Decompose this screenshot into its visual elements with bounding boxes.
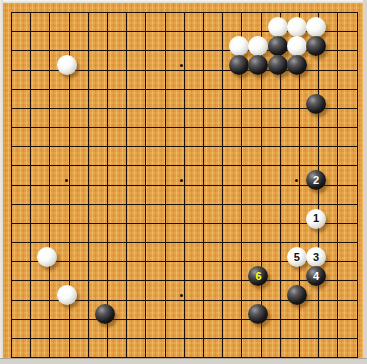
intersection[interactable] [270,194,289,213]
intersection[interactable] [174,232,193,251]
intersection[interactable] [251,98,270,117]
intersection[interactable] [212,290,231,309]
intersection[interactable] [59,251,78,270]
intersection[interactable] [232,2,251,21]
white-stone[interactable] [287,17,307,37]
intersection[interactable] [97,98,116,117]
intersection[interactable] [117,175,136,194]
intersection[interactable] [59,98,78,117]
intersection[interactable] [212,22,231,41]
intersection[interactable] [270,79,289,98]
intersection[interactable] [117,271,136,290]
intersection[interactable] [97,232,116,251]
intersection[interactable] [2,79,21,98]
intersection[interactable] [136,290,155,309]
intersection[interactable] [155,2,174,21]
intersection[interactable] [347,136,363,155]
intersection[interactable] [270,213,289,232]
intersection[interactable] [2,175,21,194]
intersection[interactable] [40,175,59,194]
intersection[interactable] [136,213,155,232]
intersection[interactable] [193,271,212,290]
intersection[interactable] [193,41,212,60]
intersection[interactable] [347,309,363,328]
intersection[interactable] [78,290,97,309]
intersection[interactable] [193,213,212,232]
intersection[interactable] [117,136,136,155]
intersection[interactable] [289,117,308,136]
intersection[interactable] [97,251,116,270]
intersection[interactable] [308,136,327,155]
intersection[interactable] [193,328,212,347]
intersection[interactable] [40,79,59,98]
intersection[interactable] [136,156,155,175]
intersection[interactable] [212,309,231,328]
intersection[interactable] [212,213,231,232]
black-stone[interactable] [268,55,288,75]
intersection[interactable] [193,136,212,155]
intersection[interactable] [347,175,363,194]
white-stone[interactable] [37,247,57,267]
intersection[interactable] [193,60,212,79]
intersection[interactable] [78,79,97,98]
white-stone[interactable]: 1 [306,209,326,229]
intersection[interactable] [328,290,347,309]
intersection[interactable] [136,309,155,328]
intersection[interactable] [117,22,136,41]
intersection[interactable] [136,117,155,136]
intersection[interactable] [59,290,78,309]
intersection[interactable] [232,290,251,309]
intersection[interactable] [174,271,193,290]
intersection[interactable] [2,232,21,251]
intersection[interactable] [155,41,174,60]
intersection[interactable] [251,309,270,328]
intersection[interactable] [59,156,78,175]
intersection[interactable] [328,309,347,328]
intersection[interactable] [117,156,136,175]
intersection[interactable] [59,2,78,21]
intersection[interactable] [193,309,212,328]
intersection[interactable] [97,213,116,232]
white-stone[interactable] [287,36,307,56]
intersection[interactable] [328,251,347,270]
intersection[interactable] [347,271,363,290]
intersection[interactable] [40,251,59,270]
board-intersections[interactable]: 215364 [2,2,363,359]
intersection[interactable] [155,194,174,213]
intersection[interactable] [155,309,174,328]
intersection[interactable] [97,2,116,21]
intersection[interactable] [155,271,174,290]
intersection[interactable] [174,117,193,136]
intersection[interactable]: 6 [251,271,270,290]
intersection[interactable] [212,79,231,98]
intersection[interactable] [21,60,40,79]
intersection[interactable] [251,117,270,136]
intersection[interactable] [59,232,78,251]
intersection[interactable] [193,79,212,98]
intersection[interactable] [155,213,174,232]
intersection[interactable] [232,194,251,213]
intersection[interactable] [174,175,193,194]
intersection[interactable] [347,60,363,79]
intersection[interactable] [251,328,270,347]
intersection[interactable] [97,194,116,213]
intersection[interactable] [193,22,212,41]
intersection[interactable] [117,60,136,79]
black-stone[interactable] [248,304,268,324]
intersection[interactable] [212,251,231,270]
intersection[interactable] [136,79,155,98]
intersection[interactable] [270,117,289,136]
intersection[interactable] [193,232,212,251]
intersection[interactable] [97,41,116,60]
intersection[interactable] [40,271,59,290]
intersection[interactable] [270,156,289,175]
intersection[interactable] [21,175,40,194]
intersection[interactable] [21,290,40,309]
intersection[interactable] [308,117,327,136]
intersection[interactable] [232,213,251,232]
intersection[interactable] [174,98,193,117]
intersection[interactable] [136,251,155,270]
intersection[interactable] [97,22,116,41]
intersection[interactable] [21,22,40,41]
intersection[interactable] [270,98,289,117]
intersection[interactable] [117,213,136,232]
intersection[interactable] [212,156,231,175]
intersection[interactable] [347,98,363,117]
intersection[interactable] [78,156,97,175]
intersection[interactable] [155,60,174,79]
intersection[interactable] [97,60,116,79]
intersection[interactable]: 2 [308,175,327,194]
intersection[interactable] [232,117,251,136]
black-stone[interactable] [248,55,268,75]
intersection[interactable] [136,328,155,347]
intersection[interactable] [59,309,78,328]
intersection[interactable] [117,194,136,213]
intersection[interactable] [21,194,40,213]
intersection[interactable] [40,213,59,232]
intersection[interactable] [59,328,78,347]
intersection[interactable] [21,117,40,136]
intersection[interactable] [2,213,21,232]
intersection[interactable] [212,271,231,290]
intersection[interactable] [347,156,363,175]
intersection[interactable] [59,79,78,98]
intersection[interactable] [2,136,21,155]
intersection[interactable] [21,213,40,232]
intersection[interactable] [78,2,97,21]
intersection[interactable] [174,22,193,41]
intersection[interactable] [232,156,251,175]
intersection[interactable] [78,136,97,155]
intersection[interactable] [270,175,289,194]
intersection[interactable] [347,328,363,347]
intersection[interactable] [193,290,212,309]
intersection[interactable] [2,117,21,136]
intersection[interactable] [155,98,174,117]
intersection[interactable] [328,271,347,290]
intersection[interactable] [2,22,21,41]
intersection[interactable] [2,328,21,347]
intersection[interactable] [136,98,155,117]
intersection[interactable] [136,2,155,21]
intersection[interactable] [78,213,97,232]
white-stone[interactable]: 5 [287,247,307,267]
intersection[interactable] [59,60,78,79]
intersection[interactable] [40,98,59,117]
intersection[interactable] [59,175,78,194]
intersection[interactable] [193,175,212,194]
intersection[interactable] [308,60,327,79]
intersection[interactable] [347,290,363,309]
intersection[interactable] [347,2,363,21]
intersection[interactable] [136,194,155,213]
intersection[interactable] [2,41,21,60]
intersection[interactable]: 4 [308,271,327,290]
black-stone[interactable] [229,55,249,75]
intersection[interactable] [21,309,40,328]
intersection[interactable] [78,194,97,213]
intersection[interactable] [270,271,289,290]
intersection[interactable] [155,79,174,98]
intersection[interactable] [136,232,155,251]
intersection[interactable] [347,232,363,251]
intersection[interactable] [212,194,231,213]
intersection[interactable] [21,79,40,98]
intersection[interactable] [289,136,308,155]
intersection[interactable] [97,156,116,175]
intersection[interactable] [136,60,155,79]
intersection[interactable] [59,22,78,41]
intersection[interactable] [328,2,347,21]
intersection[interactable] [21,41,40,60]
intersection[interactable] [2,2,21,21]
intersection[interactable] [155,232,174,251]
intersection[interactable] [155,328,174,347]
intersection[interactable] [232,136,251,155]
intersection[interactable] [40,117,59,136]
intersection[interactable] [174,60,193,79]
black-stone[interactable] [287,55,307,75]
intersection[interactable] [117,328,136,347]
intersection[interactable] [328,213,347,232]
intersection[interactable] [308,290,327,309]
intersection[interactable] [97,328,116,347]
intersection[interactable] [2,251,21,270]
intersection[interactable] [308,328,327,347]
intersection[interactable] [347,117,363,136]
intersection[interactable] [21,136,40,155]
intersection[interactable] [136,136,155,155]
intersection[interactable] [117,251,136,270]
intersection[interactable] [40,2,59,21]
intersection[interactable] [78,232,97,251]
intersection[interactable] [308,41,327,60]
intersection[interactable] [347,251,363,270]
intersection[interactable] [212,2,231,21]
intersection[interactable] [174,251,193,270]
intersection[interactable] [21,271,40,290]
intersection[interactable] [251,194,270,213]
intersection[interactable] [251,136,270,155]
black-stone[interactable] [306,36,326,56]
intersection[interactable] [155,175,174,194]
intersection[interactable] [212,328,231,347]
intersection[interactable] [328,175,347,194]
intersection[interactable] [97,136,116,155]
intersection[interactable] [232,79,251,98]
black-stone[interactable] [268,36,288,56]
intersection[interactable] [251,232,270,251]
intersection[interactable] [2,156,21,175]
intersection[interactable] [289,328,308,347]
intersection[interactable] [136,271,155,290]
intersection[interactable] [155,290,174,309]
intersection[interactable] [328,136,347,155]
go-board[interactable]: 215364 [2,2,363,359]
intersection[interactable] [97,79,116,98]
intersection[interactable] [40,194,59,213]
intersection[interactable] [117,290,136,309]
intersection[interactable] [136,41,155,60]
intersection[interactable] [136,22,155,41]
intersection[interactable] [174,328,193,347]
intersection[interactable] [117,79,136,98]
intersection[interactable] [155,156,174,175]
white-stone[interactable]: 3 [306,247,326,267]
intersection[interactable] [78,251,97,270]
intersection[interactable] [174,79,193,98]
intersection[interactable] [117,232,136,251]
intersection[interactable] [2,98,21,117]
intersection[interactable] [21,98,40,117]
intersection[interactable] [136,175,155,194]
intersection[interactable] [155,22,174,41]
intersection[interactable] [21,232,40,251]
intersection[interactable] [193,194,212,213]
intersection[interactable] [78,175,97,194]
intersection[interactable] [40,309,59,328]
intersection[interactable] [347,79,363,98]
black-stone[interactable]: 4 [306,266,326,286]
intersection[interactable] [59,136,78,155]
intersection[interactable] [232,232,251,251]
black-stone[interactable]: 6 [248,266,268,286]
intersection[interactable] [2,290,21,309]
intersection[interactable] [289,60,308,79]
intersection[interactable] [97,309,116,328]
white-stone[interactable] [306,17,326,37]
intersection[interactable] [251,175,270,194]
intersection[interactable] [97,175,116,194]
intersection[interactable] [212,117,231,136]
intersection[interactable] [328,194,347,213]
white-stone[interactable] [268,17,288,37]
intersection[interactable] [117,2,136,21]
intersection[interactable] [308,309,327,328]
intersection[interactable] [155,251,174,270]
intersection[interactable] [328,117,347,136]
intersection[interactable] [289,290,308,309]
intersection[interactable] [347,194,363,213]
intersection[interactable] [251,2,270,21]
intersection[interactable] [97,117,116,136]
intersection[interactable] [328,22,347,41]
white-stone[interactable] [57,285,77,305]
intersection[interactable] [174,194,193,213]
intersection[interactable] [174,290,193,309]
intersection[interactable] [59,213,78,232]
intersection[interactable] [232,98,251,117]
intersection[interactable] [270,309,289,328]
intersection[interactable] [212,136,231,155]
intersection[interactable] [193,98,212,117]
intersection[interactable] [117,98,136,117]
intersection[interactable] [193,156,212,175]
intersection[interactable] [155,117,174,136]
intersection[interactable] [193,251,212,270]
intersection[interactable] [289,309,308,328]
intersection[interactable] [347,41,363,60]
intersection[interactable] [2,271,21,290]
intersection[interactable] [328,98,347,117]
intersection[interactable] [40,22,59,41]
intersection[interactable] [251,213,270,232]
intersection[interactable] [174,213,193,232]
intersection[interactable] [117,117,136,136]
intersection[interactable] [308,98,327,117]
intersection[interactable] [174,156,193,175]
intersection[interactable] [328,232,347,251]
intersection[interactable] [174,2,193,21]
intersection[interactable] [40,156,59,175]
intersection[interactable] [270,136,289,155]
intersection[interactable] [328,156,347,175]
intersection[interactable] [21,156,40,175]
intersection[interactable] [78,117,97,136]
white-stone[interactable] [229,36,249,56]
intersection[interactable] [21,2,40,21]
intersection[interactable] [212,98,231,117]
black-stone[interactable] [306,94,326,114]
intersection[interactable] [174,309,193,328]
intersection[interactable] [251,156,270,175]
black-stone[interactable]: 2 [306,170,326,190]
intersection[interactable] [78,60,97,79]
intersection[interactable] [2,194,21,213]
intersection[interactable] [2,309,21,328]
intersection[interactable] [78,271,97,290]
intersection[interactable] [328,328,347,347]
intersection[interactable] [78,22,97,41]
intersection[interactable] [40,136,59,155]
intersection[interactable] [251,79,270,98]
intersection[interactable] [328,41,347,60]
intersection[interactable] [59,194,78,213]
intersection[interactable] [59,117,78,136]
intersection[interactable] [174,136,193,155]
intersection[interactable] [40,41,59,60]
intersection[interactable] [155,136,174,155]
intersection[interactable] [97,271,116,290]
intersection[interactable] [328,79,347,98]
intersection[interactable] [212,175,231,194]
intersection[interactable] [212,232,231,251]
